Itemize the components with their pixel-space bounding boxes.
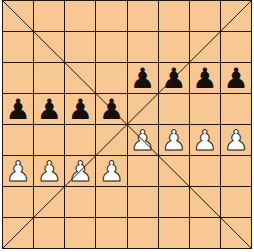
white-pawn[interactable]: ♟ — [192, 125, 217, 155]
square-r3c8[interactable]: ♟ — [221, 63, 251, 93]
square-r3c5[interactable]: ♟ — [128, 63, 158, 93]
white-pawn[interactable]: ♟ — [130, 125, 155, 155]
board-grid: ♟♟♟♟♟♟♟♟♟♟♟♟♟♟♟♟ — [3, 1, 251, 248]
square-r7c2[interactable] — [34, 187, 64, 217]
square-r1c2[interactable] — [34, 1, 64, 31]
square-r6c1[interactable]: ♟ — [3, 156, 33, 186]
square-r8c6[interactable] — [159, 218, 189, 248]
square-r2c2[interactable] — [34, 32, 64, 62]
square-r1c8[interactable] — [221, 1, 251, 31]
square-r8c4[interactable] — [96, 218, 126, 248]
square-r4c2[interactable]: ♟ — [34, 94, 64, 124]
square-r4c4[interactable]: ♟ — [96, 94, 126, 124]
square-r1c4[interactable] — [96, 1, 126, 31]
square-r6c3[interactable]: ♟ — [65, 156, 95, 186]
square-r4c7[interactable] — [190, 94, 220, 124]
square-r4c3[interactable]: ♟ — [65, 94, 95, 124]
white-pawn[interactable]: ♟ — [223, 125, 248, 155]
white-pawn[interactable]: ♟ — [68, 156, 93, 186]
square-r5c4[interactable] — [96, 125, 126, 155]
square-r7c1[interactable] — [3, 187, 33, 217]
square-r8c1[interactable] — [3, 218, 33, 248]
black-pawn[interactable]: ♟ — [192, 63, 217, 93]
square-r2c1[interactable] — [3, 32, 33, 62]
square-r4c8[interactable] — [221, 94, 251, 124]
square-r6c8[interactable] — [221, 156, 251, 186]
black-pawn[interactable]: ♟ — [161, 63, 186, 93]
square-r4c5[interactable] — [128, 94, 158, 124]
square-r8c8[interactable] — [221, 218, 251, 248]
square-r8c2[interactable] — [34, 218, 64, 248]
square-r6c6[interactable] — [159, 156, 189, 186]
square-r3c1[interactable] — [3, 63, 33, 93]
square-r7c6[interactable] — [159, 187, 189, 217]
square-r5c5[interactable]: ♟ — [128, 125, 158, 155]
square-r1c1[interactable] — [3, 1, 33, 31]
square-r1c6[interactable] — [159, 1, 189, 31]
square-r5c2[interactable] — [34, 125, 64, 155]
black-pawn[interactable]: ♟ — [223, 63, 248, 93]
square-r8c7[interactable] — [190, 218, 220, 248]
square-r2c6[interactable] — [159, 32, 189, 62]
black-pawn[interactable]: ♟ — [6, 94, 31, 124]
white-pawn[interactable]: ♟ — [6, 156, 31, 186]
square-r1c3[interactable] — [65, 1, 95, 31]
square-r1c7[interactable] — [190, 1, 220, 31]
square-r6c7[interactable] — [190, 156, 220, 186]
square-r4c1[interactable]: ♟ — [3, 94, 33, 124]
square-r6c5[interactable] — [128, 156, 158, 186]
square-r3c7[interactable]: ♟ — [190, 63, 220, 93]
square-r5c8[interactable]: ♟ — [221, 125, 251, 155]
square-r5c6[interactable]: ♟ — [159, 125, 189, 155]
white-pawn[interactable]: ♟ — [161, 125, 186, 155]
square-r2c8[interactable] — [221, 32, 251, 62]
square-r3c6[interactable]: ♟ — [159, 63, 189, 93]
square-r3c2[interactable] — [34, 63, 64, 93]
square-r7c5[interactable] — [128, 187, 158, 217]
white-pawn[interactable]: ♟ — [99, 156, 124, 186]
white-pawn[interactable]: ♟ — [37, 156, 62, 186]
square-r1c5[interactable] — [128, 1, 158, 31]
square-r2c3[interactable] — [65, 32, 95, 62]
black-pawn[interactable]: ♟ — [99, 94, 124, 124]
game-window: ♟♟♟♟♟♟♟♟♟♟♟♟♟♟♟♟ — [0, 0, 254, 252]
square-r8c5[interactable] — [128, 218, 158, 248]
black-pawn[interactable]: ♟ — [37, 94, 62, 124]
square-r7c7[interactable] — [190, 187, 220, 217]
square-r7c3[interactable] — [65, 187, 95, 217]
square-r2c4[interactable] — [96, 32, 126, 62]
square-r4c6[interactable] — [159, 94, 189, 124]
square-r6c2[interactable]: ♟ — [34, 156, 64, 186]
square-r7c4[interactable] — [96, 187, 126, 217]
square-r3c3[interactable] — [65, 63, 95, 93]
game-board: ♟♟♟♟♟♟♟♟♟♟♟♟♟♟♟♟ — [2, 0, 252, 249]
square-r3c4[interactable] — [96, 63, 126, 93]
square-r5c1[interactable] — [3, 125, 33, 155]
square-r2c7[interactable] — [190, 32, 220, 62]
square-r2c5[interactable] — [128, 32, 158, 62]
square-r5c7[interactable]: ♟ — [190, 125, 220, 155]
square-r5c3[interactable] — [65, 125, 95, 155]
square-r8c3[interactable] — [65, 218, 95, 248]
black-pawn[interactable]: ♟ — [68, 94, 93, 124]
square-r6c4[interactable]: ♟ — [96, 156, 126, 186]
square-r7c8[interactable] — [221, 187, 251, 217]
black-pawn[interactable]: ♟ — [130, 63, 155, 93]
